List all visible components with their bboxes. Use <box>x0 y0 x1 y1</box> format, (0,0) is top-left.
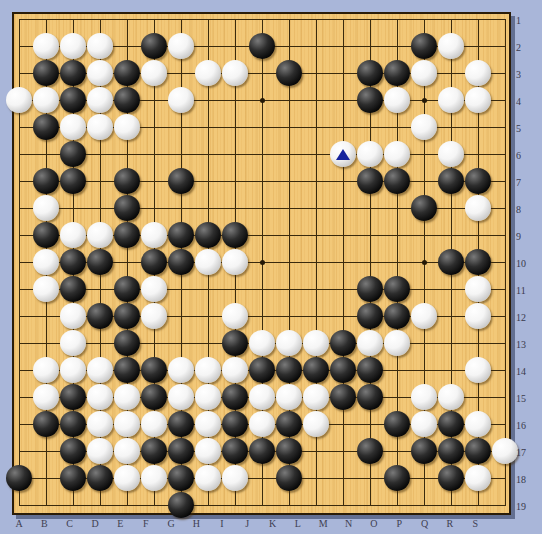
white-stone[interactable] <box>357 141 383 167</box>
col-label: D <box>91 517 98 531</box>
white-stone[interactable] <box>141 60 167 86</box>
white-stone[interactable] <box>276 384 302 410</box>
black-stone[interactable] <box>114 222 140 248</box>
white-stone[interactable] <box>114 465 140 491</box>
white-stone[interactable] <box>303 384 329 410</box>
row-label: 6 <box>516 150 521 162</box>
white-stone[interactable] <box>222 465 248 491</box>
black-stone[interactable] <box>87 249 113 275</box>
white-stone[interactable] <box>222 249 248 275</box>
black-stone[interactable] <box>141 357 167 383</box>
row-label: 10 <box>516 258 526 270</box>
black-stone[interactable] <box>330 357 356 383</box>
star-point <box>260 98 265 103</box>
row-label: 17 <box>516 447 526 459</box>
white-stone[interactable] <box>60 222 86 248</box>
white-stone[interactable] <box>438 87 464 113</box>
black-stone[interactable] <box>168 492 194 518</box>
black-stone[interactable] <box>357 87 383 113</box>
col-label: P <box>396 517 402 531</box>
white-stone[interactable] <box>384 141 410 167</box>
row-label: 13 <box>516 339 526 351</box>
black-stone[interactable] <box>222 384 248 410</box>
black-stone[interactable] <box>303 357 329 383</box>
white-stone[interactable] <box>195 438 221 464</box>
white-stone[interactable] <box>195 465 221 491</box>
black-stone[interactable] <box>357 303 383 329</box>
col-label: I <box>220 517 223 531</box>
white-stone[interactable] <box>114 384 140 410</box>
black-stone[interactable] <box>60 384 86 410</box>
white-stone[interactable] <box>60 114 86 140</box>
white-stone[interactable] <box>195 60 221 86</box>
white-stone[interactable] <box>141 276 167 302</box>
black-stone[interactable] <box>33 60 59 86</box>
row-label: 9 <box>516 231 521 243</box>
black-stone[interactable] <box>276 357 302 383</box>
black-stone[interactable] <box>384 168 410 194</box>
row-label: 7 <box>516 177 521 189</box>
black-stone[interactable] <box>249 33 275 59</box>
white-stone[interactable] <box>87 411 113 437</box>
col-label: L <box>295 517 301 531</box>
white-stone[interactable] <box>303 330 329 356</box>
white-stone[interactable] <box>411 60 437 86</box>
row-label: 3 <box>516 69 521 81</box>
white-stone[interactable] <box>33 87 59 113</box>
white-stone[interactable] <box>60 357 86 383</box>
black-stone[interactable] <box>438 249 464 275</box>
white-stone[interactable] <box>411 411 437 437</box>
white-stone[interactable] <box>87 357 113 383</box>
white-stone[interactable] <box>33 195 59 221</box>
white-stone[interactable] <box>438 141 464 167</box>
white-stone[interactable] <box>465 303 491 329</box>
star-point <box>422 260 427 265</box>
black-stone[interactable] <box>168 411 194 437</box>
black-stone[interactable] <box>33 411 59 437</box>
col-label: F <box>143 517 149 531</box>
black-stone[interactable] <box>357 276 383 302</box>
row-label: 5 <box>516 123 521 135</box>
white-stone[interactable] <box>87 33 113 59</box>
col-label: R <box>447 517 454 531</box>
col-label: C <box>66 517 73 531</box>
black-stone[interactable] <box>330 330 356 356</box>
go-board[interactable] <box>12 12 511 515</box>
white-stone[interactable] <box>249 384 275 410</box>
white-stone[interactable] <box>87 438 113 464</box>
star-point <box>260 260 265 265</box>
white-stone[interactable] <box>357 330 383 356</box>
white-stone[interactable] <box>411 303 437 329</box>
white-stone[interactable] <box>465 195 491 221</box>
white-stone[interactable] <box>33 384 59 410</box>
black-stone[interactable] <box>33 114 59 140</box>
black-stone[interactable] <box>114 357 140 383</box>
white-stone[interactable] <box>60 303 86 329</box>
white-stone[interactable] <box>114 114 140 140</box>
row-label: 2 <box>516 42 521 54</box>
black-stone[interactable] <box>33 222 59 248</box>
col-label: K <box>269 517 276 531</box>
black-stone[interactable] <box>87 303 113 329</box>
triangle-marker <box>336 149 350 160</box>
black-stone[interactable] <box>168 465 194 491</box>
white-stone[interactable] <box>195 357 221 383</box>
white-stone[interactable] <box>222 60 248 86</box>
col-label: B <box>41 517 48 531</box>
white-stone[interactable] <box>141 303 167 329</box>
black-stone[interactable] <box>384 60 410 86</box>
col-label: G <box>167 517 174 531</box>
white-stone[interactable] <box>276 330 302 356</box>
black-stone[interactable] <box>114 330 140 356</box>
black-stone[interactable] <box>411 438 437 464</box>
white-stone[interactable] <box>33 249 59 275</box>
black-stone[interactable] <box>384 411 410 437</box>
white-stone[interactable] <box>141 465 167 491</box>
white-stone[interactable] <box>6 87 32 113</box>
black-stone[interactable] <box>438 411 464 437</box>
row-label: 14 <box>516 366 526 378</box>
black-stone[interactable] <box>114 87 140 113</box>
white-stone[interactable] <box>249 411 275 437</box>
black-stone[interactable] <box>465 168 491 194</box>
black-stone[interactable] <box>114 276 140 302</box>
black-stone[interactable] <box>60 438 86 464</box>
black-stone[interactable] <box>357 168 383 194</box>
black-stone[interactable] <box>168 438 194 464</box>
white-stone[interactable] <box>168 87 194 113</box>
black-stone[interactable] <box>141 438 167 464</box>
black-stone[interactable] <box>465 249 491 275</box>
row-label: 8 <box>516 204 521 216</box>
black-stone[interactable] <box>168 222 194 248</box>
black-stone[interactable] <box>60 60 86 86</box>
white-stone[interactable] <box>87 222 113 248</box>
white-stone[interactable] <box>33 357 59 383</box>
row-label: 1 <box>516 15 521 27</box>
col-label: Q <box>421 517 428 531</box>
white-stone[interactable] <box>87 87 113 113</box>
white-stone[interactable] <box>195 411 221 437</box>
black-stone[interactable] <box>330 384 356 410</box>
black-stone[interactable] <box>6 465 32 491</box>
black-stone[interactable] <box>357 438 383 464</box>
white-stone[interactable] <box>87 60 113 86</box>
white-stone[interactable] <box>114 438 140 464</box>
white-stone[interactable] <box>411 384 437 410</box>
black-stone[interactable] <box>114 195 140 221</box>
black-stone[interactable] <box>141 384 167 410</box>
black-stone[interactable] <box>357 60 383 86</box>
white-stone[interactable] <box>141 411 167 437</box>
white-stone[interactable] <box>465 411 491 437</box>
white-stone[interactable] <box>87 384 113 410</box>
white-stone[interactable] <box>249 330 275 356</box>
black-stone[interactable] <box>411 33 437 59</box>
star-point <box>422 98 427 103</box>
black-stone[interactable] <box>384 303 410 329</box>
white-stone[interactable] <box>33 276 59 302</box>
row-label: 15 <box>516 393 526 405</box>
black-stone[interactable] <box>222 330 248 356</box>
white-stone[interactable] <box>168 384 194 410</box>
black-stone[interactable] <box>411 195 437 221</box>
black-stone[interactable] <box>33 168 59 194</box>
white-stone[interactable] <box>168 33 194 59</box>
white-stone[interactable] <box>60 330 86 356</box>
row-label: 12 <box>516 312 526 324</box>
black-stone[interactable] <box>357 357 383 383</box>
row-label: 19 <box>516 501 526 513</box>
white-stone[interactable] <box>168 357 194 383</box>
row-label: 16 <box>516 420 526 432</box>
white-stone[interactable] <box>87 114 113 140</box>
black-stone[interactable] <box>465 438 491 464</box>
black-stone[interactable] <box>438 465 464 491</box>
white-stone[interactable] <box>384 330 410 356</box>
col-label: H <box>193 517 200 531</box>
row-label: 4 <box>516 96 521 108</box>
black-stone[interactable] <box>384 465 410 491</box>
black-stone[interactable] <box>222 411 248 437</box>
black-stone[interactable] <box>141 33 167 59</box>
black-stone[interactable] <box>222 438 248 464</box>
black-stone[interactable] <box>276 411 302 437</box>
white-stone[interactable] <box>411 114 437 140</box>
white-stone[interactable] <box>303 411 329 437</box>
black-stone[interactable] <box>168 249 194 275</box>
black-stone[interactable] <box>222 222 248 248</box>
black-stone[interactable] <box>87 465 113 491</box>
white-stone[interactable] <box>465 87 491 113</box>
black-stone[interactable] <box>60 276 86 302</box>
go-app-window: ABCDEFGHIJKLMNOPQRS123456789101112131415… <box>0 0 542 534</box>
white-stone[interactable] <box>195 249 221 275</box>
col-label: E <box>117 517 123 531</box>
white-stone[interactable] <box>438 33 464 59</box>
col-label: A <box>15 517 22 531</box>
white-stone[interactable] <box>465 276 491 302</box>
col-label: O <box>370 517 377 531</box>
col-label: J <box>245 517 249 531</box>
white-stone[interactable] <box>492 438 518 464</box>
white-stone[interactable] <box>384 87 410 113</box>
row-label: 11 <box>516 285 526 297</box>
white-stone[interactable] <box>222 303 248 329</box>
black-stone[interactable] <box>195 222 221 248</box>
white-stone[interactable] <box>60 33 86 59</box>
black-stone[interactable] <box>60 141 86 167</box>
col-label: M <box>319 517 328 531</box>
black-stone[interactable] <box>114 168 140 194</box>
black-stone[interactable] <box>276 60 302 86</box>
black-stone[interactable] <box>276 465 302 491</box>
black-stone[interactable] <box>60 465 86 491</box>
black-stone[interactable] <box>276 438 302 464</box>
col-label: N <box>345 517 352 531</box>
row-label: 18 <box>516 474 526 486</box>
black-stone[interactable] <box>249 357 275 383</box>
black-stone[interactable] <box>384 276 410 302</box>
white-stone[interactable] <box>465 357 491 383</box>
black-stone[interactable] <box>168 168 194 194</box>
white-stone[interactable] <box>114 411 140 437</box>
white-stone[interactable] <box>195 384 221 410</box>
white-stone[interactable] <box>141 222 167 248</box>
black-stone[interactable] <box>438 168 464 194</box>
white-stone[interactable] <box>465 465 491 491</box>
col-label: S <box>473 517 479 531</box>
black-stone[interactable] <box>249 438 275 464</box>
black-stone[interactable] <box>438 438 464 464</box>
white-stone[interactable] <box>33 33 59 59</box>
black-stone[interactable] <box>60 411 86 437</box>
black-stone[interactable] <box>60 249 86 275</box>
black-stone[interactable] <box>141 249 167 275</box>
black-stone[interactable] <box>357 384 383 410</box>
white-stone[interactable] <box>222 357 248 383</box>
white-stone[interactable] <box>465 60 491 86</box>
black-stone[interactable] <box>60 168 86 194</box>
black-stone[interactable] <box>60 87 86 113</box>
black-stone[interactable] <box>114 303 140 329</box>
black-stone[interactable] <box>114 60 140 86</box>
white-stone[interactable] <box>438 384 464 410</box>
